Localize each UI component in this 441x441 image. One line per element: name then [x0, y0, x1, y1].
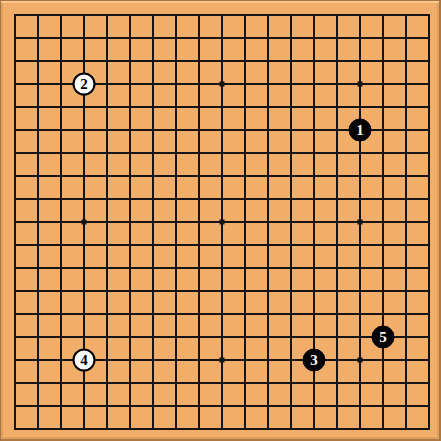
star-point	[358, 358, 363, 363]
stone-black-1: 1	[349, 119, 372, 142]
go-board: 12345	[0, 0, 441, 441]
stone-black-5: 5	[372, 326, 395, 349]
star-point	[220, 82, 225, 87]
stone-white-4: 4	[73, 349, 96, 372]
stone-black-3: 3	[303, 349, 326, 372]
star-point	[220, 220, 225, 225]
star-point	[358, 82, 363, 87]
star-point	[220, 358, 225, 363]
star-point	[358, 220, 363, 225]
stone-white-2: 2	[73, 73, 96, 96]
star-point	[82, 220, 87, 225]
